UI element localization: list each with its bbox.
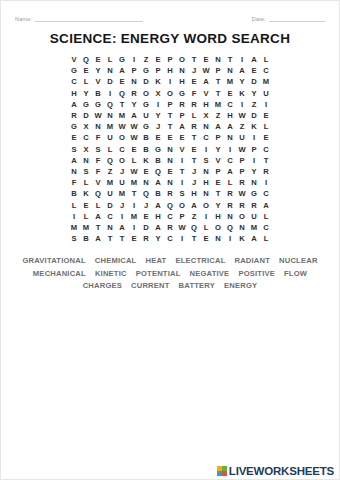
grid-cell-r11c16[interactable]: Y — [248, 166, 260, 177]
grid-cell-r10c17[interactable]: T — [260, 155, 272, 166]
grid-cell-r13c6[interactable]: T — [128, 188, 140, 199]
grid-cell-r6c10[interactable]: P — [176, 110, 188, 121]
grid-cell-r9c17[interactable]: C — [260, 144, 272, 155]
grid-cell-r13c9[interactable]: R — [164, 188, 176, 199]
grid-cell-r12c8[interactable]: A — [152, 177, 164, 188]
grid-cell-r14c8[interactable]: A — [152, 199, 164, 210]
grid-cell-r12c2[interactable]: L — [80, 177, 92, 188]
grid-cell-r8c2[interactable]: C — [80, 132, 92, 143]
grid-cell-r3c13[interactable]: T — [212, 76, 224, 87]
grid-cell-r12c16[interactable]: N — [248, 177, 260, 188]
grid-cell-r17c6[interactable]: E — [128, 233, 140, 244]
grid-cell-r11c17[interactable]: R — [260, 166, 272, 177]
grid-cell-r5c3[interactable]: G — [92, 99, 104, 110]
grid-cell-r1c6[interactable]: I — [128, 54, 140, 65]
grid-cell-r10c13[interactable]: V — [212, 155, 224, 166]
grid-cell-r3c12[interactable]: A — [200, 76, 212, 87]
grid-cell-r2c3[interactable]: Y — [92, 65, 104, 76]
grid-cell-r1c3[interactable]: E — [92, 54, 104, 65]
grid-cell-r2c9[interactable]: H — [164, 65, 176, 76]
grid-cell-r4c2[interactable]: Y — [80, 88, 92, 99]
grid-cell-r5c15[interactable]: I — [236, 99, 248, 110]
grid-cell-r11c4[interactable]: Z — [104, 166, 116, 177]
grid-cell-r7c13[interactable]: A — [212, 121, 224, 132]
grid-cell-r10c15[interactable]: P — [236, 155, 248, 166]
grid-cell-r14c5[interactable]: J — [116, 199, 128, 210]
grid-cell-r14c10[interactable]: O — [176, 199, 188, 210]
grid-cell-r16c14[interactable]: Q — [224, 222, 236, 233]
grid-cell-r16c9[interactable]: R — [164, 222, 176, 233]
grid-cell-r15c12[interactable]: I — [200, 211, 212, 222]
grid-cell-r17c3[interactable]: A — [92, 233, 104, 244]
grid-cell-r10c10[interactable]: I — [176, 155, 188, 166]
grid-cell-r10c2[interactable]: N — [80, 155, 92, 166]
grid-cell-r9c14[interactable]: I — [224, 144, 236, 155]
grid-cell-r4c5[interactable]: Q — [116, 88, 128, 99]
grid-cell-r17c12[interactable]: E — [200, 233, 212, 244]
grid-cell-r17c15[interactable]: K — [236, 233, 248, 244]
grid-cell-r16c12[interactable]: L — [200, 222, 212, 233]
grid-cell-r11c10[interactable]: T — [176, 166, 188, 177]
grid-cell-r15c6[interactable]: M — [128, 211, 140, 222]
grid-cell-r15c11[interactable]: Z — [188, 211, 200, 222]
grid-cell-r7c6[interactable]: W — [128, 121, 140, 132]
grid-cell-r3c1[interactable]: C — [68, 76, 80, 87]
grid-cell-r7c15[interactable]: Z — [236, 121, 248, 132]
grid-cell-r15c7[interactable]: E — [140, 211, 152, 222]
grid-cell-r2c12[interactable]: W — [200, 65, 212, 76]
grid-cell-r15c2[interactable]: L — [80, 211, 92, 222]
grid-cell-r16c11[interactable]: Q — [188, 222, 200, 233]
grid-cell-r6c7[interactable]: U — [140, 110, 152, 121]
grid-cell-r3c16[interactable]: D — [248, 76, 260, 87]
grid-cell-r4c14[interactable]: E — [224, 88, 236, 99]
grid-cell-r10c11[interactable]: T — [188, 155, 200, 166]
grid-cell-r12c12[interactable]: H — [200, 177, 212, 188]
grid-cell-r5c6[interactable]: Y — [128, 99, 140, 110]
grid-cell-r13c1[interactable]: B — [68, 188, 80, 199]
grid-cell-r10c1[interactable]: A — [68, 155, 80, 166]
grid-cell-r13c10[interactable]: S — [176, 188, 188, 199]
grid-cell-r7c1[interactable]: G — [68, 121, 80, 132]
grid-cell-r11c3[interactable]: F — [92, 166, 104, 177]
grid-cell-r4c16[interactable]: Y — [248, 88, 260, 99]
grid-cell-r6c2[interactable]: D — [80, 110, 92, 121]
grid-cell-r6c8[interactable]: Y — [152, 110, 164, 121]
grid-cell-r9c5[interactable]: C — [116, 144, 128, 155]
grid-cell-r10c16[interactable]: I — [248, 155, 260, 166]
grid-cell-r16c5[interactable]: A — [116, 222, 128, 233]
grid-cell-r6c1[interactable]: R — [68, 110, 80, 121]
grid-cell-r8c4[interactable]: U — [104, 132, 116, 143]
grid-cell-r11c9[interactable]: E — [164, 166, 176, 177]
grid-cell-r4c6[interactable]: R — [128, 88, 140, 99]
grid-cell-r7c2[interactable]: X — [80, 121, 92, 132]
grid-cell-r10c3[interactable]: F — [92, 155, 104, 166]
grid-cell-r12c4[interactable]: M — [104, 177, 116, 188]
grid-cell-r4c10[interactable]: G — [176, 88, 188, 99]
grid-cell-r2c5[interactable]: A — [116, 65, 128, 76]
grid-cell-r12c5[interactable]: U — [116, 177, 128, 188]
word-search-grid[interactable]: VQELGIZEPOTENTIALGEYNAPGPHNJWPNAECCLVDEN… — [0, 54, 340, 244]
grid-cell-r2c8[interactable]: P — [152, 65, 164, 76]
grid-cell-r8c16[interactable]: I — [248, 132, 260, 143]
grid-cell-r2c7[interactable]: G — [140, 65, 152, 76]
grid-cell-r11c14[interactable]: A — [224, 166, 236, 177]
grid-cell-r12c1[interactable]: F — [68, 177, 80, 188]
grid-cell-r9c16[interactable]: P — [248, 144, 260, 155]
grid-cell-r14c13[interactable]: Y — [212, 199, 224, 210]
grid-cell-r17c7[interactable]: R — [140, 233, 152, 244]
grid-cell-r2c15[interactable]: A — [236, 65, 248, 76]
grid-cell-r17c9[interactable]: C — [164, 233, 176, 244]
grid-cell-r16c13[interactable]: O — [212, 222, 224, 233]
grid-cell-r11c2[interactable]: S — [80, 166, 92, 177]
header-row: Name: Date: — [0, 0, 340, 22]
grid-cell-r9c6[interactable]: E — [128, 144, 140, 155]
grid-cell-r5c16[interactable]: Z — [248, 99, 260, 110]
grid-cell-r11c1[interactable]: N — [68, 166, 80, 177]
grid-cell-r14c11[interactable]: A — [188, 199, 200, 210]
grid-cell-r7c16[interactable]: K — [248, 121, 260, 132]
grid-cell-r7c4[interactable]: M — [104, 121, 116, 132]
grid-cell-r4c11[interactable]: F — [188, 88, 200, 99]
grid-cell-r12c10[interactable]: I — [176, 177, 188, 188]
grid-cell-r13c4[interactable]: U — [104, 188, 116, 199]
grid-cell-r15c5[interactable]: I — [116, 211, 128, 222]
grid-cell-r17c2[interactable]: B — [80, 233, 92, 244]
grid-cell-r6c14[interactable]: H — [224, 110, 236, 121]
grid-cell-r2c11[interactable]: J — [188, 65, 200, 76]
grid-cell-r6c12[interactable]: X — [200, 110, 212, 121]
grid-cell-r4c9[interactable]: O — [164, 88, 176, 99]
grid-cell-r6c17[interactable]: E — [260, 110, 272, 121]
grid-cell-r13c7[interactable]: Q — [140, 188, 152, 199]
grid-cell-r9c2[interactable]: X — [80, 144, 92, 155]
grid-cell-r16c1[interactable]: M — [68, 222, 80, 233]
grid-cell-r11c7[interactable]: E — [140, 166, 152, 177]
grid-cell-r3c3[interactable]: V — [92, 76, 104, 87]
grid-cell-r8c10[interactable]: E — [176, 132, 188, 143]
grid-cell-r16c7[interactable]: D — [140, 222, 152, 233]
grid-cell-r1c4[interactable]: L — [104, 54, 116, 65]
grid-cell-r11c12[interactable]: N — [200, 166, 212, 177]
grid-cell-r17c13[interactable]: N — [212, 233, 224, 244]
grid-cell-r12c3[interactable]: V — [92, 177, 104, 188]
grid-cell-r14c4[interactable]: D — [104, 199, 116, 210]
grid-cell-r10c8[interactable]: B — [152, 155, 164, 166]
grid-cell-r16c8[interactable]: A — [152, 222, 164, 233]
grid-cell-r13c15[interactable]: W — [236, 188, 248, 199]
grid-cell-r15c14[interactable]: N — [224, 211, 236, 222]
grid-cell-r4c3[interactable]: B — [92, 88, 104, 99]
grid-cell-r1c7[interactable]: Z — [140, 54, 152, 65]
grid-cell-r11c15[interactable]: P — [236, 166, 248, 177]
grid-cell-r10c7[interactable]: K — [140, 155, 152, 166]
grid-cell-r9c1[interactable]: S — [68, 144, 80, 155]
grid-cell-r12c17[interactable]: I — [260, 177, 272, 188]
grid-cell-r15c15[interactable]: O — [236, 211, 248, 222]
grid-cell-r13c17[interactable]: C — [260, 188, 272, 199]
grid-cell-r9c9[interactable]: N — [164, 144, 176, 155]
grid-cell-r15c17[interactable]: L — [260, 211, 272, 222]
grid-cell-r12c15[interactable]: R — [236, 177, 248, 188]
grid-cell-r17c8[interactable]: Y — [152, 233, 164, 244]
grid-cell-r16c17[interactable]: C — [260, 222, 272, 233]
grid-cell-r8c7[interactable]: B — [140, 132, 152, 143]
word-list-item: RADIANT — [234, 255, 270, 268]
grid-cell-r9c15[interactable]: W — [236, 144, 248, 155]
grid-cell-r13c12[interactable]: N — [200, 188, 212, 199]
grid-cell-r10c6[interactable]: L — [128, 155, 140, 166]
grid-cell-r2c2[interactable]: E — [80, 65, 92, 76]
grid-cell-r8c6[interactable]: W — [128, 132, 140, 143]
grid-cell-r1c13[interactable]: N — [212, 54, 224, 65]
grid-cell-r14c3[interactable]: L — [92, 199, 104, 210]
grid-cell-r6c4[interactable]: N — [104, 110, 116, 121]
grid-cell-r15c1[interactable]: I — [68, 211, 80, 222]
grid-cell-r1c9[interactable]: P — [164, 54, 176, 65]
grid-cell-r15c3[interactable]: A — [92, 211, 104, 222]
grid-cell-r14c7[interactable]: J — [140, 199, 152, 210]
grid-cell-r4c17[interactable]: U — [260, 88, 272, 99]
grid-cell-r6c3[interactable]: W — [92, 110, 104, 121]
grid-cell-r5c12[interactable]: H — [200, 99, 212, 110]
grid-cell-r10c4[interactable]: Q — [104, 155, 116, 166]
name-blank-line[interactable] — [35, 15, 143, 22]
grid-cell-r5c17[interactable]: I — [260, 99, 272, 110]
grid-cell-r13c5[interactable]: M — [116, 188, 128, 199]
grid-cell-r2c14[interactable]: N — [224, 65, 236, 76]
grid-cell-r3c11[interactable]: E — [188, 76, 200, 87]
grid-cell-r14c16[interactable]: R — [248, 199, 260, 210]
grid-cell-r14c2[interactable]: E — [80, 199, 92, 210]
grid-cell-r14c6[interactable]: I — [128, 199, 140, 210]
grid-cell-r13c2[interactable]: K — [80, 188, 92, 199]
grid-cell-r14c9[interactable]: Q — [164, 199, 176, 210]
grid-cell-r6c5[interactable]: M — [116, 110, 128, 121]
grid-cell-r17c11[interactable]: T — [188, 233, 200, 244]
grid-cell-r3c4[interactable]: D — [104, 76, 116, 87]
grid-cell-r17c1[interactable]: S — [68, 233, 80, 244]
grid-cell-r2c17[interactable]: C — [260, 65, 272, 76]
grid-cell-r2c16[interactable]: E — [248, 65, 260, 76]
grid-cell-r5c11[interactable]: R — [188, 99, 200, 110]
grid-cell-r1c8[interactable]: E — [152, 54, 164, 65]
grid-cell-r1c2[interactable]: Q — [80, 54, 92, 65]
grid-cell-r9c4[interactable]: L — [104, 144, 116, 155]
grid-cell-r3c7[interactable]: D — [140, 76, 152, 87]
grid-cell-r5c13[interactable]: M — [212, 99, 224, 110]
grid-cell-r8c12[interactable]: C — [200, 132, 212, 143]
grid-cell-r13c16[interactable]: G — [248, 188, 260, 199]
grid-cell-r10c9[interactable]: N — [164, 155, 176, 166]
grid-cell-r9c3[interactable]: S — [92, 144, 104, 155]
word-list-item: GRAVITATIONAL — [22, 255, 85, 268]
grid-cell-r3c2[interactable]: L — [80, 76, 92, 87]
grid-cell-r14c17[interactable]: A — [260, 199, 272, 210]
grid-cell-r17c17[interactable]: L — [260, 233, 272, 244]
grid-cell-r1c12[interactable]: E — [200, 54, 212, 65]
grid-cell-r3c6[interactable]: N — [128, 76, 140, 87]
grid-cell-r3c14[interactable]: M — [224, 76, 236, 87]
grid-cell-r5c8[interactable]: I — [152, 99, 164, 110]
grid-cell-r5c9[interactable]: P — [164, 99, 176, 110]
grid-cell-r15c4[interactable]: C — [104, 211, 116, 222]
grid-cell-r10c12[interactable]: S — [200, 155, 212, 166]
grid-cell-r5c14[interactable]: C — [224, 99, 236, 110]
grid-cell-r11c13[interactable]: P — [212, 166, 224, 177]
grid-cell-r2c4[interactable]: N — [104, 65, 116, 76]
grid-cell-r1c15[interactable]: I — [236, 54, 248, 65]
grid-cell-r1c1[interactable]: V — [68, 54, 80, 65]
grid-cell-r7c8[interactable]: J — [152, 121, 164, 132]
grid-cell-r8c8[interactable]: E — [152, 132, 164, 143]
grid-cell-r10c5[interactable]: O — [116, 155, 128, 166]
grid-cell-r9c7[interactable]: B — [140, 144, 152, 155]
grid-cell-r8c13[interactable]: P — [212, 132, 224, 143]
grid-cell-r3c8[interactable]: K — [152, 76, 164, 87]
date-blank-line[interactable] — [269, 15, 325, 22]
grid-cell-r1c17[interactable]: L — [260, 54, 272, 65]
grid-cell-r6c9[interactable]: T — [164, 110, 176, 121]
grid-cell-r9c8[interactable]: G — [152, 144, 164, 155]
grid-cell-r1c14[interactable]: T — [224, 54, 236, 65]
grid-cell-r16c6[interactable]: I — [128, 222, 140, 233]
grid-cell-r9c13[interactable]: Y — [212, 144, 224, 155]
grid-cell-r16c4[interactable]: N — [104, 222, 116, 233]
grid-cell-r2c13[interactable]: P — [212, 65, 224, 76]
grid-cell-r9c10[interactable]: V — [176, 144, 188, 155]
grid-cell-r6c16[interactable]: D — [248, 110, 260, 121]
grid-cell-r11c11[interactable]: J — [188, 166, 200, 177]
grid-cell-r5c1[interactable]: A — [68, 99, 80, 110]
grid-cell-r4c1[interactable]: H — [68, 88, 80, 99]
grid-cell-r7c14[interactable]: A — [224, 121, 236, 132]
grid-cell-r11c6[interactable]: W — [128, 166, 140, 177]
grid-cell-r14c12[interactable]: O — [200, 199, 212, 210]
grid-cell-r5c7[interactable]: G — [140, 99, 152, 110]
grid-cell-r13c13[interactable]: T — [212, 188, 224, 199]
grid-cell-r13c3[interactable]: Q — [92, 188, 104, 199]
grid-cell-r12c11[interactable]: J — [188, 177, 200, 188]
grid-cell-r12c9[interactable]: N — [164, 177, 176, 188]
grid-cell-r9c12[interactable]: I — [200, 144, 212, 155]
grid-cell-r7c9[interactable]: T — [164, 121, 176, 132]
grid-cell-r8c3[interactable]: F — [92, 132, 104, 143]
grid-cell-r11c5[interactable]: J — [116, 166, 128, 177]
grid-cell-r7c10[interactable]: A — [176, 121, 188, 132]
grid-cell-r7c12[interactable]: N — [200, 121, 212, 132]
grid-cell-r5c4[interactable]: Q — [104, 99, 116, 110]
grid-cell-r6c6[interactable]: A — [128, 110, 140, 121]
grid-cell-r7c7[interactable]: G — [140, 121, 152, 132]
grid-cell-r15c8[interactable]: H — [152, 211, 164, 222]
grid-cell-r6c15[interactable]: W — [236, 110, 248, 121]
grid-cell-r4c13[interactable]: T — [212, 88, 224, 99]
grid-cell-r7c11[interactable]: R — [188, 121, 200, 132]
grid-cell-r3c10[interactable]: H — [176, 76, 188, 87]
grid-cell-r3c17[interactable]: M — [260, 76, 272, 87]
grid-cell-r15c13[interactable]: H — [212, 211, 224, 222]
grid-cell-r17c16[interactable]: A — [248, 233, 260, 244]
grid-cell-r14c15[interactable]: R — [236, 199, 248, 210]
grid-cell-r16c15[interactable]: N — [236, 222, 248, 233]
grid-cell-r8c17[interactable]: E — [260, 132, 272, 143]
grid-cell-r5c5[interactable]: T — [116, 99, 128, 110]
grid-cell-r13c14[interactable]: R — [224, 188, 236, 199]
grid-cell-r12c13[interactable]: E — [212, 177, 224, 188]
grid-cell-r16c10[interactable]: W — [176, 222, 188, 233]
grid-cell-r8c14[interactable]: N — [224, 132, 236, 143]
grid-cell-r7c5[interactable]: W — [116, 121, 128, 132]
grid-cell-r1c16[interactable]: A — [248, 54, 260, 65]
grid-cell-r11c8[interactable]: Q — [152, 166, 164, 177]
grid-cell-r13c11[interactable]: H — [188, 188, 200, 199]
grid-cell-r17c10[interactable]: I — [176, 233, 188, 244]
grid-cell-r4c15[interactable]: K — [236, 88, 248, 99]
grid-cell-r17c14[interactable]: I — [224, 233, 236, 244]
grid-cell-r8c5[interactable]: O — [116, 132, 128, 143]
grid-cell-r8c15[interactable]: U — [236, 132, 248, 143]
grid-cell-r2c6[interactable]: P — [128, 65, 140, 76]
grid-cell-r15c9[interactable]: C — [164, 211, 176, 222]
grid-cell-r8c1[interactable]: E — [68, 132, 80, 143]
grid-cell-r7c3[interactable]: N — [92, 121, 104, 132]
grid-cell-r3c9[interactable]: I — [164, 76, 176, 87]
grid-cell-r12c6[interactable]: M — [128, 177, 140, 188]
grid-cell-r6c13[interactable]: Z — [212, 110, 224, 121]
grid-cell-r1c10[interactable]: O — [176, 54, 188, 65]
grid-cell-r5c2[interactable]: G — [80, 99, 92, 110]
grid-cell-r5c10[interactable]: R — [176, 99, 188, 110]
grid-cell-r4c7[interactable]: O — [140, 88, 152, 99]
date-field[interactable]: Date: — [252, 15, 325, 22]
grid-cell-r9c11[interactable]: E — [188, 144, 200, 155]
grid-cell-r17c5[interactable]: T — [116, 233, 128, 244]
word-list-item: CURRENT — [131, 280, 170, 293]
grid-cell-r12c14[interactable]: L — [224, 177, 236, 188]
grid-cell-r17c4[interactable]: T — [104, 233, 116, 244]
grid-cell-r10c14[interactable]: C — [224, 155, 236, 166]
grid-cell-r1c5[interactable]: G — [116, 54, 128, 65]
word-list-item: NUCLEAR — [279, 255, 318, 268]
grid-cell-r3c5[interactable]: E — [116, 76, 128, 87]
grid-cell-r1c11[interactable]: T — [188, 54, 200, 65]
grid-cell-r12c7[interactable]: N — [140, 177, 152, 188]
grid-cell-r13c8[interactable]: B — [152, 188, 164, 199]
grid-cell-r2c10[interactable]: N — [176, 65, 188, 76]
grid-cell-r4c4[interactable]: I — [104, 88, 116, 99]
word-list-item: HEAT — [145, 255, 166, 268]
grid-cell-r2c1[interactable]: G — [68, 65, 80, 76]
grid-cell-r14c14[interactable]: R — [224, 199, 236, 210]
name-field[interactable]: Name: — [15, 15, 143, 22]
grid-cell-r15c10[interactable]: P — [176, 211, 188, 222]
grid-cell-r14c1[interactable]: L — [68, 199, 80, 210]
grid-cell-r3c15[interactable]: Y — [236, 76, 248, 87]
grid-cell-r16c3[interactable]: T — [92, 222, 104, 233]
grid-cell-r16c2[interactable]: M — [80, 222, 92, 233]
grid-cell-r15c16[interactable]: U — [248, 211, 260, 222]
grid-cell-r8c11[interactable]: T — [188, 132, 200, 143]
grid-cell-r16c16[interactable]: M — [248, 222, 260, 233]
grid-cell-r4c12[interactable]: V — [200, 88, 212, 99]
grid-cell-r4c8[interactable]: X — [152, 88, 164, 99]
grid-cell-r7c17[interactable]: L — [260, 121, 272, 132]
grid-cell-r6c11[interactable]: L — [188, 110, 200, 121]
grid-cell-r8c9[interactable]: E — [164, 132, 176, 143]
